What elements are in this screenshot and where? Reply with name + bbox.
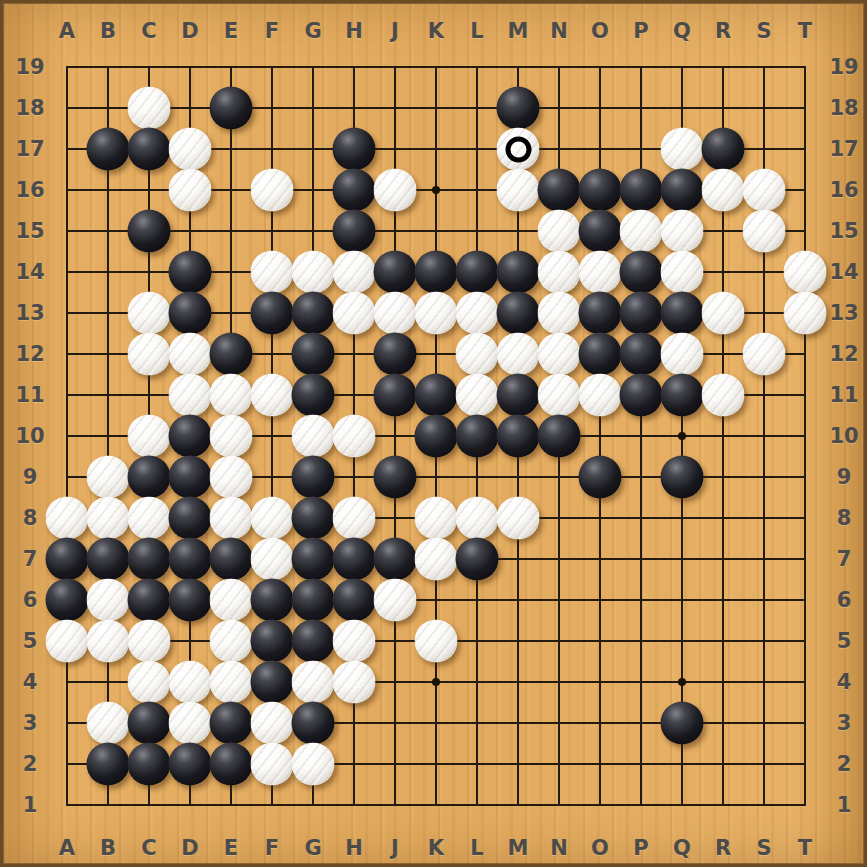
stone-white — [251, 251, 294, 294]
row-label-right: 19 — [829, 57, 858, 78]
column-label-bottom: O — [591, 838, 609, 859]
column-label-top: H — [345, 21, 363, 42]
row-label-right: 13 — [829, 303, 858, 324]
stone-black — [169, 456, 212, 499]
stone-black — [292, 538, 335, 581]
stone-black — [415, 415, 458, 458]
row-label-right: 12 — [829, 344, 858, 365]
row-label-right: 14 — [829, 262, 858, 283]
stone-white — [456, 374, 499, 417]
stone-white — [538, 251, 581, 294]
stone-white — [333, 251, 376, 294]
stone-black — [661, 456, 704, 499]
row-label-left: 1 — [23, 795, 38, 816]
stone-black — [46, 538, 89, 581]
stone-white — [46, 497, 89, 540]
star-point — [678, 432, 686, 440]
column-label-top: O — [591, 21, 609, 42]
stone-white — [333, 497, 376, 540]
stone-black — [620, 333, 663, 376]
stone-black — [292, 620, 335, 663]
stone-white — [210, 661, 253, 704]
stone-white — [538, 210, 581, 253]
stone-black — [497, 415, 540, 458]
column-label-top: P — [633, 21, 648, 42]
stone-white — [169, 702, 212, 745]
column-label-top: E — [224, 21, 238, 42]
stone-black — [169, 497, 212, 540]
stone-black — [333, 579, 376, 622]
stone-white — [538, 292, 581, 335]
stone-black — [374, 374, 417, 417]
stone-white — [251, 702, 294, 745]
stone-black — [292, 579, 335, 622]
stone-black — [251, 661, 294, 704]
stone-black — [128, 128, 171, 171]
stone-black — [661, 292, 704, 335]
row-label-right: 2 — [837, 754, 852, 775]
stone-white — [333, 292, 376, 335]
stone-white — [538, 374, 581, 417]
stone-black — [620, 251, 663, 294]
star-point — [432, 678, 440, 686]
stone-white — [128, 415, 171, 458]
stone-white — [292, 661, 335, 704]
stone-black — [210, 333, 253, 376]
last-move-circle-marker — [505, 136, 531, 162]
stone-black — [87, 128, 130, 171]
stone-black — [374, 251, 417, 294]
stone-white — [46, 620, 89, 663]
column-label-bottom: L — [470, 838, 483, 859]
stone-white — [210, 497, 253, 540]
column-label-top: B — [100, 21, 116, 42]
stone-white — [497, 497, 540, 540]
column-label-top: D — [181, 21, 198, 42]
stone-black — [169, 292, 212, 335]
stone-black — [169, 415, 212, 458]
stone-black — [579, 210, 622, 253]
stone-white — [456, 497, 499, 540]
stone-white — [374, 169, 417, 212]
stone-white — [374, 292, 417, 335]
stone-white-last-move — [497, 128, 540, 171]
stone-white — [661, 251, 704, 294]
stone-black — [169, 251, 212, 294]
row-label-left: 5 — [23, 631, 38, 652]
row-label-left: 11 — [15, 385, 44, 406]
stone-white — [128, 620, 171, 663]
stone-black — [128, 743, 171, 786]
row-label-right: 3 — [837, 713, 852, 734]
row-label-left: 9 — [23, 467, 38, 488]
stone-white — [292, 743, 335, 786]
row-label-left: 13 — [15, 303, 44, 324]
column-label-top: J — [391, 21, 399, 42]
stone-black — [374, 538, 417, 581]
row-label-left: 8 — [23, 508, 38, 529]
stone-white — [87, 702, 130, 745]
stone-white — [87, 497, 130, 540]
stone-white — [743, 169, 786, 212]
stone-black — [538, 415, 581, 458]
stone-black — [169, 579, 212, 622]
stone-white — [292, 415, 335, 458]
stone-white — [251, 497, 294, 540]
stone-white — [292, 251, 335, 294]
row-label-left: 6 — [23, 590, 38, 611]
row-label-right: 7 — [837, 549, 852, 570]
stone-white — [374, 579, 417, 622]
column-label-top: S — [756, 21, 771, 42]
stone-white — [128, 497, 171, 540]
stone-black — [251, 620, 294, 663]
stone-white — [661, 128, 704, 171]
stone-black — [210, 743, 253, 786]
column-label-top: M — [508, 21, 529, 42]
stone-black — [292, 497, 335, 540]
stone-white — [210, 415, 253, 458]
stone-black — [210, 538, 253, 581]
stone-black — [292, 374, 335, 417]
row-label-left: 15 — [15, 221, 44, 242]
row-label-left: 2 — [23, 754, 38, 775]
stone-black — [497, 292, 540, 335]
stone-white — [210, 620, 253, 663]
row-label-right: 9 — [837, 467, 852, 488]
stone-white — [169, 128, 212, 171]
stone-white — [415, 620, 458, 663]
stone-white — [702, 292, 745, 335]
stone-black — [333, 210, 376, 253]
stone-white — [415, 497, 458, 540]
row-label-left: 7 — [23, 549, 38, 570]
stone-white — [169, 169, 212, 212]
row-label-left: 3 — [23, 713, 38, 734]
stone-white — [743, 210, 786, 253]
column-label-top: N — [550, 21, 568, 42]
stone-white — [169, 661, 212, 704]
stone-white — [169, 374, 212, 417]
stone-black — [333, 128, 376, 171]
column-label-bottom: T — [798, 838, 812, 859]
go-board[interactable]: AABBCCDDEEFFGGHHJJKKLLMMNNOOPPQQRRSSTT19… — [0, 0, 867, 867]
column-label-top: R — [715, 21, 731, 42]
stone-white — [251, 743, 294, 786]
stone-white — [210, 579, 253, 622]
column-label-top: C — [141, 21, 156, 42]
stone-black — [333, 538, 376, 581]
column-label-bottom: G — [304, 838, 321, 859]
stone-white — [333, 620, 376, 663]
stone-black — [497, 374, 540, 417]
row-label-left: 18 — [15, 98, 44, 119]
column-label-top: Q — [673, 21, 691, 42]
stone-black — [579, 333, 622, 376]
stone-black — [579, 169, 622, 212]
stone-white — [456, 292, 499, 335]
stone-black — [456, 251, 499, 294]
column-label-bottom: F — [265, 838, 279, 859]
stone-black — [210, 702, 253, 745]
stone-white — [415, 538, 458, 581]
stone-white — [87, 579, 130, 622]
stone-white — [702, 374, 745, 417]
stone-white — [87, 456, 130, 499]
stone-white — [784, 251, 827, 294]
column-label-top: L — [470, 21, 483, 42]
stone-black — [579, 292, 622, 335]
stone-white — [210, 374, 253, 417]
column-label-bottom: A — [59, 838, 75, 859]
stone-white — [784, 292, 827, 335]
column-label-bottom: R — [715, 838, 731, 859]
row-label-right: 18 — [829, 98, 858, 119]
stone-black — [251, 579, 294, 622]
row-label-right: 5 — [837, 631, 852, 652]
stone-black — [415, 251, 458, 294]
stone-black — [46, 579, 89, 622]
stone-white — [251, 538, 294, 581]
stone-black — [620, 292, 663, 335]
stone-white — [128, 333, 171, 376]
stone-white — [87, 620, 130, 663]
stone-black — [87, 743, 130, 786]
stone-black — [169, 538, 212, 581]
stone-black — [579, 456, 622, 499]
stone-black — [128, 702, 171, 745]
stone-white — [333, 415, 376, 458]
stone-black — [128, 210, 171, 253]
stone-black — [128, 579, 171, 622]
row-label-left: 10 — [15, 426, 44, 447]
stone-black — [210, 87, 253, 130]
row-label-left: 4 — [23, 672, 38, 693]
stone-black — [292, 333, 335, 376]
stone-white — [743, 333, 786, 376]
stone-black — [702, 128, 745, 171]
grid-line-vertical — [804, 66, 806, 806]
row-label-right: 6 — [837, 590, 852, 611]
stone-black — [661, 169, 704, 212]
column-label-top: F — [265, 21, 279, 42]
row-label-right: 10 — [829, 426, 858, 447]
stone-black — [538, 169, 581, 212]
column-label-bottom: C — [141, 838, 156, 859]
stone-white — [415, 292, 458, 335]
star-point — [678, 678, 686, 686]
column-label-bottom: M — [508, 838, 529, 859]
stone-black — [374, 333, 417, 376]
grid-line-horizontal — [66, 804, 806, 806]
stone-black — [661, 374, 704, 417]
column-label-bottom: Q — [673, 838, 691, 859]
row-label-right: 11 — [829, 385, 858, 406]
stone-white — [251, 169, 294, 212]
stone-black — [128, 538, 171, 581]
stone-black — [128, 456, 171, 499]
row-label-right: 15 — [829, 221, 858, 242]
row-label-right: 4 — [837, 672, 852, 693]
stone-white — [456, 333, 499, 376]
stone-white — [620, 210, 663, 253]
stone-black — [87, 538, 130, 581]
column-label-bottom: H — [345, 838, 363, 859]
row-label-right: 17 — [829, 139, 858, 160]
stone-white — [169, 333, 212, 376]
row-label-right: 1 — [837, 795, 852, 816]
column-label-bottom: S — [756, 838, 771, 859]
stone-black — [620, 374, 663, 417]
stone-white — [128, 661, 171, 704]
stone-black — [497, 87, 540, 130]
star-point — [432, 186, 440, 194]
stone-white — [128, 87, 171, 130]
column-label-bottom: D — [181, 838, 198, 859]
column-label-top: A — [59, 21, 75, 42]
row-label-right: 8 — [837, 508, 852, 529]
stone-white — [251, 374, 294, 417]
stone-white — [333, 661, 376, 704]
stone-black — [292, 702, 335, 745]
stone-white — [661, 333, 704, 376]
column-label-bottom: B — [100, 838, 116, 859]
stone-black — [456, 415, 499, 458]
stone-black — [292, 456, 335, 499]
stone-white — [210, 456, 253, 499]
stone-white — [579, 374, 622, 417]
stone-white — [128, 292, 171, 335]
stone-black — [415, 374, 458, 417]
stone-black — [169, 743, 212, 786]
column-label-bottom: J — [391, 838, 399, 859]
stone-black — [456, 538, 499, 581]
stone-black — [661, 702, 704, 745]
stone-white — [538, 333, 581, 376]
stone-black — [251, 292, 294, 335]
row-label-left: 12 — [15, 344, 44, 365]
row-label-left: 14 — [15, 262, 44, 283]
stone-white — [702, 169, 745, 212]
column-label-bottom: K — [428, 838, 444, 859]
stone-black — [333, 169, 376, 212]
column-label-bottom: N — [550, 838, 568, 859]
column-label-top: G — [304, 21, 321, 42]
stone-black — [497, 251, 540, 294]
stone-white — [497, 169, 540, 212]
stone-black — [374, 456, 417, 499]
row-label-left: 19 — [15, 57, 44, 78]
stone-white — [497, 333, 540, 376]
row-label-left: 17 — [15, 139, 44, 160]
row-label-left: 16 — [15, 180, 44, 201]
column-label-top: T — [798, 21, 812, 42]
stone-white — [579, 251, 622, 294]
stone-white — [661, 210, 704, 253]
column-label-bottom: E — [224, 838, 238, 859]
stone-black — [292, 292, 335, 335]
stone-black — [620, 169, 663, 212]
column-label-bottom: P — [633, 838, 648, 859]
column-label-top: K — [428, 21, 444, 42]
row-label-right: 16 — [829, 180, 858, 201]
